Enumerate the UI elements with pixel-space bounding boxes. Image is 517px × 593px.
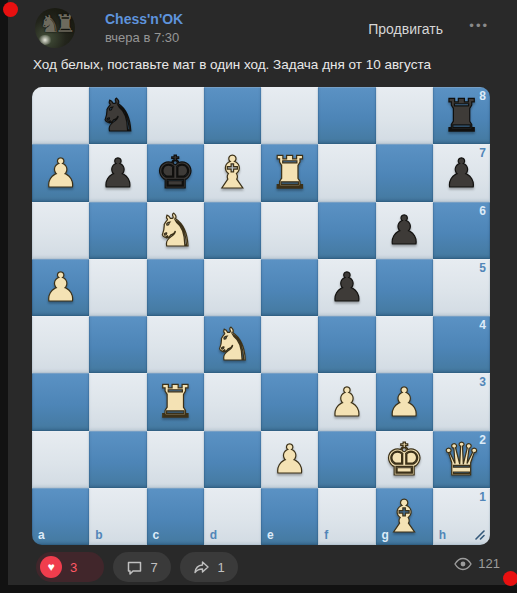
heart-icon: ♥ [40, 556, 62, 578]
post-card: ♞♜ Chess'n'OK вчера в 7:30 Продвигать ••… [8, 0, 517, 585]
like-button[interactable]: ♥ 3 [36, 552, 104, 582]
square-a2 [32, 431, 89, 488]
square-f7 [318, 144, 375, 201]
square-b8: ♞ [89, 87, 146, 144]
post-timestamp: вчера в 7:30 [105, 30, 179, 45]
square-g8 [376, 87, 433, 144]
piece-black-knight: ♞ [98, 93, 138, 138]
piece-black-pawn: ♟ [386, 210, 422, 250]
eye-icon [454, 557, 472, 571]
piece-black-pawn: ♟ [100, 153, 136, 193]
piece-white-pawn: ♟ [43, 267, 79, 307]
like-count: 3 [70, 560, 77, 575]
square-h7: 7♟ [433, 144, 490, 201]
square-e7: ♜ [261, 144, 318, 201]
piece-white-king: ♚ [384, 437, 424, 482]
square-e6 [261, 202, 318, 259]
square-e2: ♟ [261, 431, 318, 488]
square-c2 [147, 431, 204, 488]
piece-white-rook: ♜ [269, 150, 309, 195]
square-h8: 8♜ [433, 87, 490, 144]
square-e3 [261, 373, 318, 430]
square-c4 [147, 316, 204, 373]
square-f6 [318, 202, 375, 259]
rank-label-1: 1 [479, 491, 486, 503]
rank-label-7: 7 [479, 147, 486, 159]
piece-white-pawn: ♟ [329, 382, 365, 422]
square-c8 [147, 87, 204, 144]
square-h2: 2♛ [433, 431, 490, 488]
rank-label-6: 6 [479, 205, 486, 217]
piece-black-pawn: ♟ [443, 153, 479, 193]
square-a5: ♟ [32, 259, 89, 316]
group-name-link[interactable]: Chess'n'OK [105, 11, 183, 27]
file-label-c: c [153, 529, 160, 541]
ellipsis-menu-icon[interactable]: ••• [469, 18, 489, 33]
square-d7: ♝ [204, 144, 261, 201]
square-g1: g♝ [376, 488, 433, 545]
square-d2 [204, 431, 261, 488]
square-c5 [147, 259, 204, 316]
rank-label-4: 4 [479, 319, 486, 331]
piece-black-king: ♚ [155, 150, 195, 195]
piece-black-pawn: ♟ [329, 267, 365, 307]
piece-white-pawn: ♟ [43, 153, 79, 193]
square-b6 [89, 202, 146, 259]
square-f3: ♟ [318, 373, 375, 430]
square-c6: ♞ [147, 202, 204, 259]
promote-button[interactable]: Продвигать [368, 21, 443, 37]
views-counter: 121 [454, 556, 500, 571]
square-a7: ♟ [32, 144, 89, 201]
piece-white-knight: ♞ [155, 208, 195, 253]
square-d1: d [204, 488, 261, 545]
square-c3: ♜ [147, 373, 204, 430]
square-a1: a [32, 488, 89, 545]
square-f2 [318, 431, 375, 488]
square-g6: ♟ [376, 202, 433, 259]
square-d8 [204, 87, 261, 144]
avatar-flowers-detail [38, 35, 52, 45]
square-h4: 4 [433, 316, 490, 373]
square-a6 [32, 202, 89, 259]
annotation-dot-top-left [3, 2, 18, 17]
comment-count: 7 [150, 560, 157, 575]
piece-white-bishop: ♝ [212, 150, 252, 195]
rank-label-3: 3 [479, 376, 486, 388]
annotation-dot-bottom-right [503, 571, 517, 586]
square-b1: b [89, 488, 146, 545]
square-c1: c [147, 488, 204, 545]
square-f4 [318, 316, 375, 373]
rank-label-5: 5 [479, 262, 486, 274]
square-g7 [376, 144, 433, 201]
file-label-f: f [324, 529, 328, 541]
square-h3: 3 [433, 373, 490, 430]
share-button[interactable]: 1 [180, 552, 238, 582]
post-text: Ход белых, поставьте мат в один ход. Зад… [33, 57, 431, 72]
square-f8 [318, 87, 375, 144]
piece-white-pawn: ♟ [386, 382, 422, 422]
share-icon [193, 559, 210, 576]
piece-white-queen: ♛ [441, 437, 481, 482]
square-b3 [89, 373, 146, 430]
square-a4 [32, 316, 89, 373]
file-label-e: e [267, 529, 274, 541]
square-b7: ♟ [89, 144, 146, 201]
piece-black-rook: ♜ [441, 93, 481, 138]
square-f1: f [318, 488, 375, 545]
file-label-b: b [95, 529, 102, 541]
avatar-chess-pieces-photo: ♞♜ [39, 10, 70, 38]
square-e1: e [261, 488, 318, 545]
square-e5 [261, 259, 318, 316]
square-d6 [204, 202, 261, 259]
square-d3 [204, 373, 261, 430]
square-e8 [261, 87, 318, 144]
square-h6: 6 [433, 202, 490, 259]
square-a8 [32, 87, 89, 144]
avatar[interactable]: ♞♜ [35, 8, 75, 48]
comment-icon [126, 559, 143, 576]
square-h5: 5 [433, 259, 490, 316]
square-g2: ♚ [376, 431, 433, 488]
comment-button[interactable]: 7 [113, 552, 171, 582]
square-e4 [261, 316, 318, 373]
piece-white-rook: ♜ [155, 379, 195, 424]
piece-white-pawn: ♟ [272, 439, 308, 479]
file-label-a: a [38, 529, 45, 541]
square-d5 [204, 259, 261, 316]
file-label-d: d [210, 529, 217, 541]
square-d4: ♞ [204, 316, 261, 373]
square-b4 [89, 316, 146, 373]
square-b2 [89, 431, 146, 488]
share-count: 1 [217, 560, 224, 575]
resize-grip-icon [472, 527, 485, 540]
square-g5 [376, 259, 433, 316]
views-count: 121 [478, 556, 500, 571]
square-g3: ♟ [376, 373, 433, 430]
board-image[interactable]: ♞8♜♟♟♚♝♜7♟♞♟6♟♟5♞4♜♟♟3♟♚2♛abcdefg♝h1 [32, 87, 490, 545]
file-label-h: h [439, 529, 446, 541]
square-g4 [376, 316, 433, 373]
piece-white-bishop: ♝ [384, 494, 424, 539]
square-c7: ♚ [147, 144, 204, 201]
square-a3 [32, 373, 89, 430]
square-b5 [89, 259, 146, 316]
piece-white-knight: ♞ [212, 322, 252, 367]
square-f5: ♟ [318, 259, 375, 316]
